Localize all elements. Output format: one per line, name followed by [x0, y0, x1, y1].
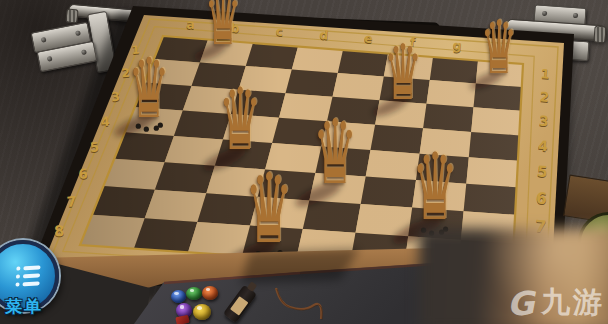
lower-table	[0, 248, 436, 324]
square-h5[interactable]	[466, 157, 518, 187]
square-e7[interactable]	[303, 200, 361, 232]
piece-queen-b1[interactable]: ♛	[204, 0, 241, 56]
file-label-top-d: d	[319, 27, 329, 43]
piece-queen-c5[interactable]: ♛	[218, 77, 261, 163]
piece-queen-h1[interactable]: ♛	[480, 12, 517, 85]
piece-queen-g7[interactable]: ♛	[411, 141, 457, 233]
square-g2[interactable]	[427, 80, 476, 107]
square-d2[interactable]	[286, 70, 338, 97]
rank-label-left-5: 5	[89, 139, 99, 155]
rank-label-left-4: 4	[100, 114, 110, 130]
rank-label-right-6: 6	[535, 188, 548, 208]
square-h3[interactable]	[471, 107, 520, 135]
file-label-top-a: a	[186, 17, 195, 33]
menu-button-label: 菜单	[5, 295, 43, 318]
square-b7[interactable]	[145, 190, 207, 222]
rank-label-left-6: 6	[78, 165, 89, 182]
watermark: G 九游	[510, 283, 605, 323]
blue-marble[interactable]	[171, 290, 186, 303]
square-h6[interactable]	[464, 184, 517, 215]
square-g3[interactable]	[423, 104, 473, 132]
piece-queen-d8[interactable]: ♛	[245, 161, 293, 257]
piece-queen-a4[interactable]: ♛	[129, 47, 170, 129]
file-label-top-g: g	[452, 37, 462, 53]
menu-list-icon	[15, 261, 41, 290]
watermark-text: 九游	[541, 283, 605, 323]
rank-label-right-5: 5	[536, 162, 548, 181]
piece-queen-e6[interactable]: ♛	[313, 108, 358, 197]
rank-label-left-8: 8	[53, 222, 64, 240]
square-b8[interactable]	[134, 218, 197, 252]
yellow-marble[interactable]	[193, 304, 211, 320]
orange-marble[interactable]	[202, 286, 218, 300]
rank-label-left-3: 3	[111, 90, 120, 105]
rank-label-right-4: 4	[537, 137, 548, 154]
square-h4[interactable]	[469, 132, 520, 161]
red-fragment[interactable]	[175, 315, 189, 324]
file-label-top-c: c	[275, 24, 283, 39]
green-marble[interactable]	[186, 287, 202, 300]
chess-game-screen: { "game": { "name": "Chess - eight queen…	[0, 0, 608, 324]
jiuyou-logo-icon: G	[506, 283, 541, 323]
rank-label-right-2: 2	[539, 89, 550, 105]
square-e2[interactable]	[333, 73, 384, 100]
rank-label-right-3: 3	[538, 112, 549, 129]
file-label-top-e: e	[364, 30, 374, 46]
piece-queen-f2[interactable]: ♛	[384, 35, 422, 111]
rank-label-right-1: 1	[540, 66, 550, 82]
twine-rope[interactable]	[268, 284, 328, 324]
rank-label-left-7: 7	[66, 193, 77, 210]
square-f6[interactable]	[361, 177, 416, 208]
